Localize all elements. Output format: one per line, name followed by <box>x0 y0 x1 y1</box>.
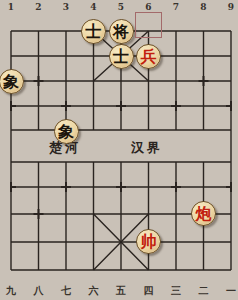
red-cannon-piece[interactable]: 炮 <box>191 201 216 226</box>
black-advisor-a-piece[interactable]: 士 <box>81 19 106 44</box>
piece-grid: 士将士兵象象炮帅 <box>0 19 238 284</box>
black-advisor-b-piece[interactable]: 士 <box>109 44 134 69</box>
red-soldier-piece[interactable]: 兵 <box>136 44 161 69</box>
file-labels-bottom: 九 八 七 六 五 四 三 二 一 <box>0 284 238 298</box>
black-elephant-b-piece[interactable]: 象 <box>54 119 79 144</box>
file-label: 七 <box>52 284 80 298</box>
file-label: 一 <box>217 284 238 298</box>
file-label: 二 <box>190 284 218 298</box>
xiangqi-app: 1 2 3 4 5 6 7 8 9 楚河 汉界 士将士兵象象炮帅 九 八 七 六… <box>0 0 238 300</box>
file-label: 九 <box>0 284 25 298</box>
black-general-piece[interactable]: 将 <box>109 19 134 44</box>
black-elephant-a-piece[interactable]: 象 <box>0 69 24 94</box>
red-general-piece[interactable]: 帅 <box>136 229 161 254</box>
last-move-highlight-square <box>135 12 162 38</box>
file-label: 八 <box>25 284 53 298</box>
file-label: 五 <box>107 284 135 298</box>
file-label: 三 <box>162 284 190 298</box>
file-label: 六 <box>80 284 108 298</box>
file-label: 四 <box>135 284 163 298</box>
